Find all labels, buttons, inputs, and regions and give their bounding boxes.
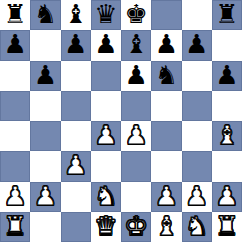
square-f8[interactable]: [151, 0, 181, 30]
square-g1[interactable]: ♞: [182, 212, 212, 242]
square-h3[interactable]: [212, 151, 242, 181]
square-e5[interactable]: [121, 91, 151, 121]
piece-black-queen[interactable]: ♛: [94, 1, 117, 27]
piece-black-pawn[interactable]: ♟: [155, 31, 178, 57]
square-a8[interactable]: ♜: [0, 0, 30, 30]
square-f4[interactable]: [151, 121, 181, 151]
square-d5[interactable]: [91, 91, 121, 121]
piece-black-rook[interactable]: ♜: [3, 1, 26, 27]
piece-black-knight[interactable]: ♞: [34, 1, 57, 27]
piece-white-bishop[interactable]: ♝: [155, 213, 178, 239]
square-b6[interactable]: ♟: [30, 61, 60, 91]
square-f2[interactable]: ♟: [151, 182, 181, 212]
square-f1[interactable]: ♝: [151, 212, 181, 242]
square-a3[interactable]: [0, 151, 30, 181]
square-b1[interactable]: [30, 212, 60, 242]
piece-white-king[interactable]: ♚: [124, 213, 147, 239]
square-a4[interactable]: [0, 121, 30, 151]
square-f6[interactable]: ♞: [151, 61, 181, 91]
piece-white-bishop[interactable]: ♝: [215, 122, 238, 148]
piece-white-pawn[interactable]: ♟: [64, 152, 87, 178]
piece-black-pawn[interactable]: ♟: [215, 62, 238, 88]
square-b8[interactable]: ♞: [30, 0, 60, 30]
piece-black-pawn[interactable]: ♟: [124, 62, 147, 88]
square-d4[interactable]: ♟: [91, 121, 121, 151]
piece-white-rook[interactable]: ♜: [215, 213, 238, 239]
piece-black-knight[interactable]: ♞: [155, 62, 178, 88]
square-c6[interactable]: [61, 61, 91, 91]
square-c2[interactable]: [61, 182, 91, 212]
piece-black-pawn[interactable]: ♟: [185, 31, 208, 57]
square-f3[interactable]: [151, 151, 181, 181]
square-g4[interactable]: [182, 121, 212, 151]
piece-black-bishop[interactable]: ♝: [64, 1, 87, 27]
square-f7[interactable]: ♟: [151, 30, 181, 60]
square-e8[interactable]: ♚: [121, 0, 151, 30]
square-d8[interactable]: ♛: [91, 0, 121, 30]
piece-white-pawn[interactable]: ♟: [3, 183, 26, 209]
square-g2[interactable]: ♟: [182, 182, 212, 212]
square-e1[interactable]: ♚: [121, 212, 151, 242]
square-e3[interactable]: [121, 151, 151, 181]
piece-black-pawn[interactable]: ♟: [94, 31, 117, 57]
square-h7[interactable]: [212, 30, 242, 60]
piece-white-knight[interactable]: ♞: [94, 183, 117, 209]
square-a7[interactable]: ♟: [0, 30, 30, 60]
square-a5[interactable]: [0, 91, 30, 121]
piece-black-bishop[interactable]: ♝: [124, 31, 147, 57]
square-h2[interactable]: ♟: [212, 182, 242, 212]
square-a1[interactable]: ♜: [0, 212, 30, 242]
chess-board: ♜♞♝♛♚♜♟♟♟♝♟♟♟♟♞♟♟♟♝♟♟♟♞♟♟♟♜♛♚♝♞♜: [0, 0, 242, 242]
square-b5[interactable]: [30, 91, 60, 121]
square-e6[interactable]: ♟: [121, 61, 151, 91]
square-h8[interactable]: ♜: [212, 0, 242, 30]
square-c3[interactable]: ♟: [61, 151, 91, 181]
square-b4[interactable]: [30, 121, 60, 151]
piece-black-pawn[interactable]: ♟: [3, 31, 26, 57]
piece-black-rook[interactable]: ♜: [215, 1, 238, 27]
piece-black-pawn[interactable]: ♟: [34, 62, 57, 88]
piece-white-pawn[interactable]: ♟: [185, 183, 208, 209]
square-e7[interactable]: ♝: [121, 30, 151, 60]
piece-white-knight[interactable]: ♞: [185, 213, 208, 239]
piece-white-pawn[interactable]: ♟: [34, 183, 57, 209]
square-h1[interactable]: ♜: [212, 212, 242, 242]
square-a2[interactable]: ♟: [0, 182, 30, 212]
square-g7[interactable]: ♟: [182, 30, 212, 60]
square-b3[interactable]: [30, 151, 60, 181]
square-e4[interactable]: ♟: [121, 121, 151, 151]
square-b2[interactable]: ♟: [30, 182, 60, 212]
square-c5[interactable]: [61, 91, 91, 121]
piece-white-pawn[interactable]: ♟: [94, 122, 117, 148]
piece-white-pawn[interactable]: ♟: [215, 183, 238, 209]
square-g6[interactable]: [182, 61, 212, 91]
square-f5[interactable]: [151, 91, 181, 121]
square-c7[interactable]: ♟: [61, 30, 91, 60]
square-g3[interactable]: [182, 151, 212, 181]
square-b7[interactable]: [30, 30, 60, 60]
square-c1[interactable]: [61, 212, 91, 242]
square-g8[interactable]: [182, 0, 212, 30]
piece-black-pawn[interactable]: ♟: [64, 31, 87, 57]
square-d3[interactable]: [91, 151, 121, 181]
square-h4[interactable]: ♝: [212, 121, 242, 151]
square-d7[interactable]: ♟: [91, 30, 121, 60]
square-g5[interactable]: [182, 91, 212, 121]
square-d2[interactable]: ♞: [91, 182, 121, 212]
square-a6[interactable]: [0, 61, 30, 91]
square-e2[interactable]: [121, 182, 151, 212]
piece-black-king[interactable]: ♚: [124, 1, 147, 27]
square-d1[interactable]: ♛: [91, 212, 121, 242]
square-h5[interactable]: [212, 91, 242, 121]
square-c8[interactable]: ♝: [61, 0, 91, 30]
piece-white-pawn[interactable]: ♟: [124, 122, 147, 148]
square-d6[interactable]: [91, 61, 121, 91]
square-h6[interactable]: ♟: [212, 61, 242, 91]
piece-white-queen[interactable]: ♛: [94, 213, 117, 239]
piece-white-pawn[interactable]: ♟: [155, 183, 178, 209]
square-c4[interactable]: [61, 121, 91, 151]
piece-white-rook[interactable]: ♜: [3, 213, 26, 239]
